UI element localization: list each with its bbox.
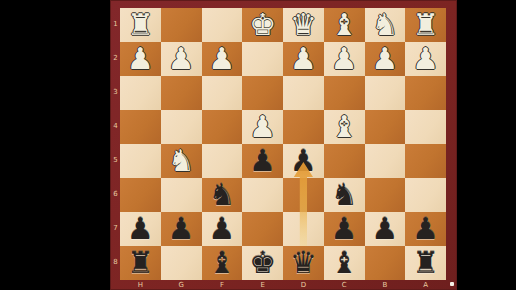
square-a6[interactable] — [405, 178, 446, 212]
black-rook-a8[interactable]: ♜ — [412, 246, 439, 280]
square-b8[interactable] — [365, 246, 406, 280]
square-d7[interactable] — [283, 212, 324, 246]
file-label-a: A — [420, 282, 432, 289]
square-g7[interactable]: ♟ — [161, 212, 202, 246]
black-king-e8[interactable]: ♚ — [249, 246, 276, 280]
black-pawn-d5[interactable]: ♟ — [290, 144, 317, 178]
square-a2[interactable]: ♟ — [405, 42, 446, 76]
white-bishop-c1[interactable]: ♝ — [331, 8, 358, 42]
black-pawn-a7[interactable]: ♟ — [412, 212, 439, 246]
square-f6[interactable]: ♞ — [202, 178, 243, 212]
file-label-f: F — [216, 282, 228, 289]
square-c3[interactable] — [324, 76, 365, 110]
rank-label-7: 7 — [112, 225, 119, 232]
white-pawn-b2[interactable]: ♟ — [371, 42, 398, 76]
file-label-b: B — [379, 282, 391, 289]
square-h4[interactable] — [120, 110, 161, 144]
square-f1[interactable] — [202, 8, 243, 42]
square-e2[interactable] — [242, 42, 283, 76]
file-label-e: E — [257, 282, 269, 289]
white-pawn-f2[interactable]: ♟ — [208, 42, 235, 76]
white-queen-d1[interactable]: ♛ — [290, 8, 317, 42]
square-d8[interactable]: ♛ — [283, 246, 324, 280]
square-h3[interactable] — [120, 76, 161, 110]
square-d4[interactable] — [283, 110, 324, 144]
square-g5[interactable]: ♞ — [161, 144, 202, 178]
square-b7[interactable]: ♟ — [365, 212, 406, 246]
square-h6[interactable] — [120, 178, 161, 212]
white-pawn-e4[interactable]: ♟ — [249, 110, 276, 144]
square-e3[interactable] — [242, 76, 283, 110]
square-c1[interactable]: ♝ — [324, 8, 365, 42]
screenshot-stage: ♜♚♛♝♞♜♟♟♟♟♟♟♟♟♝♞♟♟♞♞♟♟♟♟♟♟♜♝♚♛♝♜ 1234567… — [0, 0, 516, 290]
white-king-e1[interactable]: ♚ — [249, 8, 276, 42]
square-c2[interactable]: ♟ — [324, 42, 365, 76]
square-g6[interactable] — [161, 178, 202, 212]
white-knight-b1[interactable]: ♞ — [371, 8, 398, 42]
square-c5[interactable] — [324, 144, 365, 178]
square-b1[interactable]: ♞ — [365, 8, 406, 42]
square-a8[interactable]: ♜ — [405, 246, 446, 280]
square-e1[interactable]: ♚ — [242, 8, 283, 42]
rank-label-6: 6 — [112, 191, 119, 198]
black-pawn-b7[interactable]: ♟ — [371, 212, 398, 246]
white-pawn-g2[interactable]: ♟ — [168, 42, 195, 76]
file-label-g: G — [175, 282, 187, 289]
rank-label-8: 8 — [112, 259, 119, 266]
black-pawn-g7[interactable]: ♟ — [168, 212, 195, 246]
square-a3[interactable] — [405, 76, 446, 110]
square-h2[interactable]: ♟ — [120, 42, 161, 76]
square-h7[interactable]: ♟ — [120, 212, 161, 246]
black-bishop-f8[interactable]: ♝ — [208, 246, 235, 280]
square-g1[interactable] — [161, 8, 202, 42]
white-pawn-h2[interactable]: ♟ — [127, 42, 154, 76]
square-e5[interactable]: ♟ — [242, 144, 283, 178]
white-rook-h1[interactable]: ♜ — [127, 8, 154, 42]
black-pawn-h7[interactable]: ♟ — [127, 212, 154, 246]
black-pawn-e5[interactable]: ♟ — [249, 144, 276, 178]
square-h1[interactable]: ♜ — [120, 8, 161, 42]
square-e4[interactable]: ♟ — [242, 110, 283, 144]
square-e8[interactable]: ♚ — [242, 246, 283, 280]
square-d5[interactable]: ♟ — [283, 144, 324, 178]
rank-label-2: 2 — [112, 55, 119, 62]
black-pawn-c7[interactable]: ♟ — [331, 212, 358, 246]
square-e7[interactable] — [242, 212, 283, 246]
square-c8[interactable]: ♝ — [324, 246, 365, 280]
black-rook-h8[interactable]: ♜ — [127, 246, 154, 280]
white-pawn-a2[interactable]: ♟ — [412, 42, 439, 76]
square-b6[interactable] — [365, 178, 406, 212]
chessboard[interactable]: ♜♚♛♝♞♜♟♟♟♟♟♟♟♟♝♞♟♟♞♞♟♟♟♟♟♟♜♝♚♛♝♜ — [120, 8, 446, 280]
square-b4[interactable] — [365, 110, 406, 144]
square-b5[interactable] — [365, 144, 406, 178]
square-g3[interactable] — [161, 76, 202, 110]
square-c6[interactable]: ♞ — [324, 178, 365, 212]
white-knight-g5[interactable]: ♞ — [168, 144, 195, 178]
square-f5[interactable] — [202, 144, 243, 178]
square-e6[interactable] — [242, 178, 283, 212]
black-knight-f6[interactable]: ♞ — [208, 178, 235, 212]
square-b3[interactable] — [365, 76, 406, 110]
square-g2[interactable]: ♟ — [161, 42, 202, 76]
file-label-d: D — [297, 282, 309, 289]
black-knight-c6[interactable]: ♞ — [331, 178, 358, 212]
file-label-c: C — [338, 282, 350, 289]
square-a7[interactable]: ♟ — [405, 212, 446, 246]
square-a5[interactable] — [405, 144, 446, 178]
square-d3[interactable] — [283, 76, 324, 110]
square-d2[interactable]: ♟ — [283, 42, 324, 76]
square-b2[interactable]: ♟ — [365, 42, 406, 76]
square-a1[interactable]: ♜ — [405, 8, 446, 42]
square-h8[interactable]: ♜ — [120, 246, 161, 280]
black-pawn-f7[interactable]: ♟ — [208, 212, 235, 246]
square-d1[interactable]: ♛ — [283, 8, 324, 42]
white-bishop-c4[interactable]: ♝ — [331, 110, 358, 144]
square-g4[interactable] — [161, 110, 202, 144]
corner-dot — [450, 282, 454, 286]
white-pawn-d2[interactable]: ♟ — [290, 42, 317, 76]
chessboard-frame: ♜♚♛♝♞♜♟♟♟♟♟♟♟♟♝♞♟♟♞♞♟♟♟♟♟♟♜♝♚♛♝♜ 1234567… — [110, 0, 457, 290]
square-c4[interactable]: ♝ — [324, 110, 365, 144]
black-bishop-c8[interactable]: ♝ — [331, 246, 358, 280]
square-g8[interactable] — [161, 246, 202, 280]
square-f4[interactable] — [202, 110, 243, 144]
square-a4[interactable] — [405, 110, 446, 144]
square-f7[interactable]: ♟ — [202, 212, 243, 246]
black-queen-d8[interactable]: ♛ — [290, 246, 317, 280]
rank-label-3: 3 — [112, 89, 119, 96]
square-f3[interactable] — [202, 76, 243, 110]
file-label-h: H — [134, 282, 146, 289]
rank-label-5: 5 — [112, 157, 119, 164]
square-c7[interactable]: ♟ — [324, 212, 365, 246]
square-h5[interactable] — [120, 144, 161, 178]
square-f2[interactable]: ♟ — [202, 42, 243, 76]
white-pawn-c2[interactable]: ♟ — [331, 42, 358, 76]
rank-label-1: 1 — [112, 21, 119, 28]
white-rook-a1[interactable]: ♜ — [412, 8, 439, 42]
rank-label-4: 4 — [112, 123, 119, 130]
square-f8[interactable]: ♝ — [202, 246, 243, 280]
square-d6[interactable] — [283, 178, 324, 212]
